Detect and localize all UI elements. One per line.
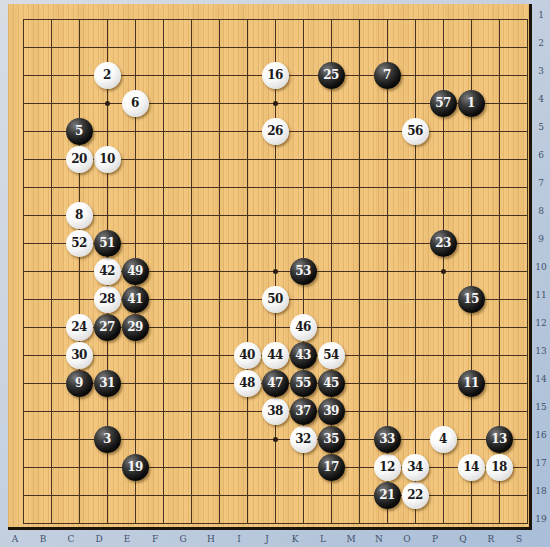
star-point [273, 437, 278, 442]
stone-black-15: 15 [458, 286, 485, 313]
stone-black-7: 7 [374, 62, 401, 89]
stone-white-54: 54 [318, 342, 345, 369]
row-label-4: 4 [533, 85, 549, 113]
move-number: 16 [267, 69, 283, 81]
stone-white-44: 44 [262, 342, 289, 369]
column-label-D: D [85, 532, 113, 546]
go-kifu-diagram: 1234567891011121314151617181920212223242… [0, 0, 550, 547]
stone-black-23: 23 [430, 230, 457, 257]
move-number: 17 [323, 461, 339, 473]
column-label-N: N [365, 532, 393, 546]
move-number: 22 [407, 489, 423, 501]
stone-white-6: 6 [122, 90, 149, 117]
stone-white-26: 26 [262, 118, 289, 145]
stone-white-42: 42 [94, 258, 121, 285]
move-number: 29 [127, 321, 143, 333]
stone-black-37: 37 [290, 398, 317, 425]
column-label-C: C [57, 532, 85, 546]
stone-black-41: 41 [122, 286, 149, 313]
stone-white-34: 34 [402, 454, 429, 481]
stone-black-49: 49 [122, 258, 149, 285]
move-number: 55 [295, 377, 311, 389]
stone-black-33: 33 [374, 426, 401, 453]
move-number: 8 [75, 209, 83, 221]
row-label-3: 3 [533, 57, 549, 85]
move-number: 23 [435, 237, 451, 249]
star-point [273, 269, 278, 274]
column-label-K: K [281, 532, 309, 546]
stone-black-19: 19 [122, 454, 149, 481]
row-label-15: 15 [533, 393, 549, 421]
move-number: 41 [127, 293, 143, 305]
row-label-18: 18 [533, 477, 549, 505]
move-number: 28 [99, 293, 115, 305]
stone-black-47: 47 [262, 370, 289, 397]
move-number: 4 [439, 433, 447, 445]
stone-black-53: 53 [290, 258, 317, 285]
move-number: 35 [323, 433, 339, 445]
move-number: 56 [407, 125, 423, 137]
stone-black-51: 51 [94, 230, 121, 257]
stone-white-20: 20 [66, 146, 93, 173]
move-number: 34 [407, 461, 423, 473]
move-number: 1 [467, 97, 475, 109]
stone-white-4: 4 [430, 426, 457, 453]
move-number: 12 [379, 461, 395, 473]
move-number: 43 [295, 349, 311, 361]
stone-black-45: 45 [318, 370, 345, 397]
column-label-M: M [337, 532, 365, 546]
row-label-19: 19 [533, 505, 549, 533]
column-label-S: S [505, 532, 533, 546]
stone-white-16: 16 [262, 62, 289, 89]
column-label-Q: Q [449, 532, 477, 546]
stone-white-2: 2 [94, 62, 121, 89]
stone-white-56: 56 [402, 118, 429, 145]
move-number: 25 [323, 69, 339, 81]
column-label-J: J [253, 532, 281, 546]
stone-black-5: 5 [66, 118, 93, 145]
move-number: 57 [435, 97, 451, 109]
move-number: 27 [99, 321, 115, 333]
row-label-9: 9 [533, 225, 549, 253]
stone-black-27: 27 [94, 314, 121, 341]
stone-black-13: 13 [486, 426, 513, 453]
stone-black-11: 11 [458, 370, 485, 397]
stone-white-48: 48 [234, 370, 261, 397]
move-number: 48 [239, 377, 255, 389]
row-label-16: 16 [533, 421, 549, 449]
column-label-P: P [421, 532, 449, 546]
stone-white-18: 18 [486, 454, 513, 481]
move-number: 50 [267, 293, 283, 305]
stone-black-3: 3 [94, 426, 121, 453]
move-number: 21 [379, 489, 395, 501]
column-label-O: O [393, 532, 421, 546]
column-label-G: G [169, 532, 197, 546]
move-number: 5 [75, 125, 83, 137]
stone-black-31: 31 [94, 370, 121, 397]
stone-black-39: 39 [318, 398, 345, 425]
row-label-13: 13 [533, 337, 549, 365]
move-number: 26 [267, 125, 283, 137]
stone-white-50: 50 [262, 286, 289, 313]
move-number: 44 [267, 349, 283, 361]
stone-white-38: 38 [262, 398, 289, 425]
stone-black-55: 55 [290, 370, 317, 397]
move-number: 3 [103, 433, 111, 445]
move-number: 6 [131, 97, 139, 109]
move-number: 52 [71, 237, 87, 249]
move-number: 37 [295, 405, 311, 417]
move-number: 51 [99, 237, 115, 249]
move-number: 33 [379, 433, 395, 445]
stone-white-12: 12 [374, 454, 401, 481]
stone-black-25: 25 [318, 62, 345, 89]
move-number: 10 [99, 153, 115, 165]
column-label-A: A [1, 532, 29, 546]
row-labels: 12345678910111213141516171819 [533, 1, 549, 533]
move-number: 38 [267, 405, 283, 417]
stone-black-29: 29 [122, 314, 149, 341]
column-labels: ABCDEFGHIJKLMNOPQRS [1, 532, 533, 546]
move-number: 24 [71, 321, 87, 333]
move-number: 31 [99, 377, 115, 389]
column-label-H: H [197, 532, 225, 546]
move-number: 54 [323, 349, 339, 361]
stone-white-24: 24 [66, 314, 93, 341]
star-point [105, 101, 110, 106]
stone-black-43: 43 [290, 342, 317, 369]
column-label-I: I [225, 532, 253, 546]
stone-black-21: 21 [374, 482, 401, 509]
row-label-5: 5 [533, 113, 549, 141]
row-label-2: 2 [533, 29, 549, 57]
move-number: 7 [383, 69, 391, 81]
star-point [441, 269, 446, 274]
column-label-L: L [309, 532, 337, 546]
stone-white-30: 30 [66, 342, 93, 369]
move-number: 40 [239, 349, 255, 361]
move-number: 18 [491, 461, 507, 473]
move-number: 30 [71, 349, 87, 361]
move-number: 20 [71, 153, 87, 165]
row-label-1: 1 [533, 1, 549, 29]
row-label-14: 14 [533, 365, 549, 393]
row-label-6: 6 [533, 141, 549, 169]
move-number: 9 [75, 377, 83, 389]
stone-black-35: 35 [318, 426, 345, 453]
row-label-12: 12 [533, 309, 549, 337]
row-label-11: 11 [533, 281, 549, 309]
stone-white-10: 10 [94, 146, 121, 173]
go-board[interactable]: 1234567891011121314151617181920212223242… [8, 4, 532, 530]
row-label-8: 8 [533, 197, 549, 225]
move-number: 32 [295, 433, 311, 445]
row-label-17: 17 [533, 449, 549, 477]
move-number: 39 [323, 405, 339, 417]
column-label-R: R [477, 532, 505, 546]
stone-white-32: 32 [290, 426, 317, 453]
stone-white-46: 46 [290, 314, 317, 341]
stone-white-22: 22 [402, 482, 429, 509]
stone-white-14: 14 [458, 454, 485, 481]
move-number: 13 [491, 433, 507, 445]
stone-white-52: 52 [66, 230, 93, 257]
column-label-B: B [29, 532, 57, 546]
column-label-E: E [113, 532, 141, 546]
column-label-F: F [141, 532, 169, 546]
move-number: 46 [295, 321, 311, 333]
move-number: 14 [463, 461, 479, 473]
move-number: 53 [295, 265, 311, 277]
stone-black-9: 9 [66, 370, 93, 397]
row-label-10: 10 [533, 253, 549, 281]
board-intersections: 1234567891011121314151617181920212223242… [9, 5, 541, 537]
move-number: 19 [127, 461, 143, 473]
stone-white-8: 8 [66, 202, 93, 229]
stone-black-17: 17 [318, 454, 345, 481]
stone-black-1: 1 [458, 90, 485, 117]
move-number: 47 [267, 377, 283, 389]
stone-white-28: 28 [94, 286, 121, 313]
move-number: 49 [127, 265, 143, 277]
stone-black-57: 57 [430, 90, 457, 117]
move-number: 42 [99, 265, 115, 277]
move-number: 11 [463, 377, 479, 389]
move-number: 2 [103, 69, 111, 81]
move-number: 45 [323, 377, 339, 389]
star-point [273, 101, 278, 106]
row-label-7: 7 [533, 169, 549, 197]
stone-white-40: 40 [234, 342, 261, 369]
move-number: 15 [463, 293, 479, 305]
